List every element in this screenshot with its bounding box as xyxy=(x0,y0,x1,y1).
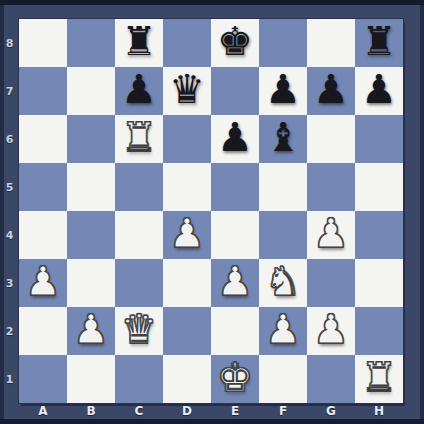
square-b6[interactable] xyxy=(67,115,115,163)
square-c4[interactable] xyxy=(115,211,163,259)
rank-label-6: 6 xyxy=(0,115,19,163)
square-c3[interactable] xyxy=(115,259,163,307)
square-a2[interactable] xyxy=(19,307,67,355)
square-f4[interactable] xyxy=(259,211,307,259)
square-e3[interactable]: ♟ xyxy=(211,259,259,307)
file-label-h: H xyxy=(355,403,403,419)
chess-board[interactable]: ♜♚♜♟♛♟♟♟♜♟♝♟♟♟♟♞♟♛♟♟♚♜ xyxy=(19,19,403,403)
square-b1[interactable] xyxy=(67,355,115,403)
square-d7[interactable]: ♛ xyxy=(163,67,211,115)
file-label-f: F xyxy=(259,403,307,419)
square-f8[interactable] xyxy=(259,19,307,67)
square-c8[interactable]: ♜ xyxy=(115,19,163,67)
file-label-a: A xyxy=(19,403,67,419)
square-c6[interactable]: ♜ xyxy=(115,115,163,163)
square-e6[interactable]: ♟ xyxy=(211,115,259,163)
black-bishop-f6-piece[interactable]: ♝ xyxy=(265,115,301,161)
file-label-e: E xyxy=(211,403,259,419)
square-h6[interactable] xyxy=(355,115,403,163)
rank-label-4: 4 xyxy=(0,211,19,259)
square-a8[interactable] xyxy=(19,19,67,67)
white-rook-h1-piece[interactable]: ♜ xyxy=(361,355,397,401)
square-f6[interactable]: ♝ xyxy=(259,115,307,163)
square-d4[interactable]: ♟ xyxy=(163,211,211,259)
square-e8[interactable]: ♚ xyxy=(211,19,259,67)
square-b4[interactable] xyxy=(67,211,115,259)
square-b5[interactable] xyxy=(67,163,115,211)
square-h1[interactable]: ♜ xyxy=(355,355,403,403)
square-c1[interactable] xyxy=(115,355,163,403)
square-f5[interactable] xyxy=(259,163,307,211)
square-d5[interactable] xyxy=(163,163,211,211)
black-king-e8-piece[interactable]: ♚ xyxy=(217,19,253,65)
rank-label-8: 8 xyxy=(0,19,19,67)
square-g8[interactable] xyxy=(307,19,355,67)
square-h4[interactable] xyxy=(355,211,403,259)
square-d1[interactable] xyxy=(163,355,211,403)
black-rook-c8-piece[interactable]: ♜ xyxy=(121,19,157,65)
square-h3[interactable] xyxy=(355,259,403,307)
black-pawn-e6-piece[interactable]: ♟ xyxy=(217,115,253,161)
square-f1[interactable] xyxy=(259,355,307,403)
square-d2[interactable] xyxy=(163,307,211,355)
square-a7[interactable] xyxy=(19,67,67,115)
square-h8[interactable]: ♜ xyxy=(355,19,403,67)
white-knight-f3-piece[interactable]: ♞ xyxy=(265,259,301,305)
white-pawn-g2-piece[interactable]: ♟ xyxy=(313,307,349,353)
square-f2[interactable]: ♟ xyxy=(259,307,307,355)
white-rook-c6-piece[interactable]: ♜ xyxy=(121,115,157,161)
black-queen-d7-piece[interactable]: ♛ xyxy=(169,67,205,113)
square-a4[interactable] xyxy=(19,211,67,259)
square-b2[interactable]: ♟ xyxy=(67,307,115,355)
square-c5[interactable] xyxy=(115,163,163,211)
square-h5[interactable] xyxy=(355,163,403,211)
square-b8[interactable] xyxy=(67,19,115,67)
black-pawn-g7-piece[interactable]: ♟ xyxy=(313,67,349,113)
square-d6[interactable] xyxy=(163,115,211,163)
rank-labels: 87654321 xyxy=(0,19,19,403)
square-f3[interactable]: ♞ xyxy=(259,259,307,307)
square-f7[interactable]: ♟ xyxy=(259,67,307,115)
square-g1[interactable] xyxy=(307,355,355,403)
rank-label-5: 5 xyxy=(0,163,19,211)
square-g3[interactable] xyxy=(307,259,355,307)
file-labels: ABCDEFGH xyxy=(19,403,403,419)
square-g4[interactable]: ♟ xyxy=(307,211,355,259)
square-c7[interactable]: ♟ xyxy=(115,67,163,115)
rank-label-3: 3 xyxy=(0,259,19,307)
chess-board-frame: 87654321 ABCDEFGH ♜♚♜♟♛♟♟♟♜♟♝♟♟♟♟♞♟♛♟♟♚♜ xyxy=(0,0,424,424)
rank-label-7: 7 xyxy=(0,67,19,115)
square-a5[interactable] xyxy=(19,163,67,211)
black-pawn-c7-piece[interactable]: ♟ xyxy=(121,67,157,113)
file-label-c: C xyxy=(115,403,163,419)
square-g2[interactable]: ♟ xyxy=(307,307,355,355)
square-e2[interactable] xyxy=(211,307,259,355)
file-label-g: G xyxy=(307,403,355,419)
white-pawn-b2-piece[interactable]: ♟ xyxy=(73,307,109,353)
square-e4[interactable] xyxy=(211,211,259,259)
square-h2[interactable] xyxy=(355,307,403,355)
white-pawn-a3-piece[interactable]: ♟ xyxy=(25,259,61,305)
square-g6[interactable] xyxy=(307,115,355,163)
square-h7[interactable]: ♟ xyxy=(355,67,403,115)
square-e7[interactable] xyxy=(211,67,259,115)
file-label-b: B xyxy=(67,403,115,419)
square-b3[interactable] xyxy=(67,259,115,307)
square-c2[interactable]: ♛ xyxy=(115,307,163,355)
square-e5[interactable] xyxy=(211,163,259,211)
white-pawn-e3-piece[interactable]: ♟ xyxy=(217,259,253,305)
white-pawn-f2-piece[interactable]: ♟ xyxy=(265,307,301,353)
rank-label-2: 2 xyxy=(0,307,19,355)
square-a1[interactable] xyxy=(19,355,67,403)
square-d8[interactable] xyxy=(163,19,211,67)
square-g7[interactable]: ♟ xyxy=(307,67,355,115)
white-queen-c2-piece[interactable]: ♛ xyxy=(121,307,157,353)
white-king-e1-piece[interactable]: ♚ xyxy=(217,355,253,401)
white-pawn-g4-piece[interactable]: ♟ xyxy=(313,211,349,257)
square-d3[interactable] xyxy=(163,259,211,307)
square-a3[interactable]: ♟ xyxy=(19,259,67,307)
white-pawn-d4-piece[interactable]: ♟ xyxy=(169,211,205,257)
square-a6[interactable] xyxy=(19,115,67,163)
square-b7[interactable] xyxy=(67,67,115,115)
rank-label-1: 1 xyxy=(0,355,19,403)
black-pawn-h7-piece[interactable]: ♟ xyxy=(361,67,397,113)
square-g5[interactable] xyxy=(307,163,355,211)
file-label-d: D xyxy=(163,403,211,419)
square-e1[interactable]: ♚ xyxy=(211,355,259,403)
black-rook-h8-piece[interactable]: ♜ xyxy=(361,19,397,65)
black-pawn-f7-piece[interactable]: ♟ xyxy=(265,67,301,113)
